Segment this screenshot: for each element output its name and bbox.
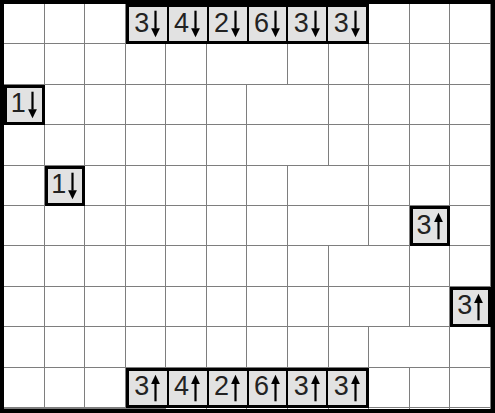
grid-cell[interactable] <box>450 125 491 165</box>
grid-cell[interactable] <box>4 408 45 409</box>
clue-number: 3 <box>334 10 348 37</box>
grid-cell[interactable] <box>288 85 329 125</box>
grid-cell[interactable] <box>369 206 410 246</box>
grid-cell[interactable] <box>329 125 370 165</box>
grid-cell[interactable] <box>126 246 167 286</box>
grid-cell[interactable] <box>247 206 288 246</box>
arrow-down-icon <box>310 10 321 38</box>
clue-number: 6 <box>254 10 268 37</box>
arrow-down-icon <box>67 172 78 200</box>
grid-cell[interactable] <box>85 327 126 367</box>
grid-cell[interactable] <box>288 246 329 286</box>
arrow-up-icon <box>190 374 201 402</box>
grid-cell[interactable] <box>4 44 45 84</box>
grid-cell[interactable] <box>85 44 126 84</box>
grid-cell[interactable] <box>85 85 126 125</box>
grid-cell[interactable] <box>450 206 491 246</box>
clue-cell: 1 <box>48 169 83 203</box>
grid-cell[interactable] <box>126 408 167 409</box>
grid-cell[interactable] <box>247 166 288 206</box>
grid-cell[interactable] <box>207 125 248 165</box>
grid-cell[interactable] <box>45 44 86 84</box>
grid-cell[interactable] <box>85 368 126 408</box>
clue-cell: 2 <box>207 7 247 41</box>
grid-cell[interactable] <box>329 206 370 246</box>
clue-number: 6 <box>254 373 268 400</box>
clue-cell: 3 <box>286 7 326 41</box>
clue-group: 1 <box>4 85 45 125</box>
clue-cell: 6 <box>247 7 287 41</box>
clue-cell: 3 <box>129 7 167 41</box>
grid-cell[interactable] <box>329 408 370 409</box>
grid-cell[interactable] <box>329 166 370 206</box>
grid-cell[interactable] <box>329 246 370 286</box>
grid-cell[interactable] <box>288 287 329 327</box>
grid-cell[interactable] <box>126 125 167 165</box>
clue-group: 1 <box>45 166 86 206</box>
grid-cell[interactable] <box>85 166 126 206</box>
grid-cell[interactable] <box>207 408 248 409</box>
grid-cell[interactable] <box>207 206 248 246</box>
clue-number: 3 <box>294 373 308 400</box>
grid-cell[interactable] <box>410 368 451 408</box>
clue-number: 3 <box>134 10 148 37</box>
grid-cell[interactable] <box>450 44 491 84</box>
grid-cell[interactable] <box>45 287 86 327</box>
clue-cell: 4 <box>167 371 207 405</box>
grid-cell[interactable] <box>450 327 491 367</box>
grid-cell[interactable] <box>369 166 410 206</box>
grid-cell[interactable] <box>126 166 167 206</box>
grid-cell[interactable] <box>369 246 410 286</box>
grid-cell[interactable] <box>85 246 126 286</box>
grid-cell[interactable] <box>166 246 207 286</box>
grid-cell[interactable] <box>4 4 45 44</box>
grid-cell[interactable] <box>207 327 248 367</box>
arrow-down-icon <box>27 91 38 119</box>
grid-cell[interactable] <box>410 287 451 327</box>
grid-cell[interactable] <box>4 166 45 206</box>
grid-cell[interactable] <box>45 4 86 44</box>
grid-cell[interactable] <box>369 368 410 408</box>
grid-cell[interactable] <box>450 85 491 125</box>
grid-cell[interactable] <box>450 4 491 44</box>
arrow-up-icon <box>433 212 444 240</box>
grid-cell[interactable] <box>85 408 126 409</box>
grid-cell[interactable] <box>126 44 167 84</box>
grid-cell[interactable] <box>288 166 329 206</box>
grid-cell[interactable] <box>450 246 491 286</box>
clue-group: 3 <box>410 206 451 246</box>
grid-cell[interactable] <box>288 125 329 165</box>
clue-group: 342633 <box>126 4 370 44</box>
grid-cell[interactable] <box>288 206 329 246</box>
clue-number: 3 <box>334 373 348 400</box>
grid-cell[interactable] <box>450 166 491 206</box>
grid-cell[interactable] <box>247 287 288 327</box>
grid-cell[interactable] <box>450 408 491 409</box>
grid-cell[interactable] <box>329 327 370 367</box>
clue-cell: 3 <box>326 7 366 41</box>
grid-cell[interactable] <box>329 44 370 84</box>
grid-cell[interactable] <box>85 125 126 165</box>
clue-cell: 1 <box>7 88 42 122</box>
clue-number: 3 <box>417 212 431 239</box>
grid-cell[interactable] <box>207 166 248 206</box>
grid-cell[interactable] <box>166 206 207 246</box>
clue-group: 342633 <box>126 368 370 408</box>
grid-cell[interactable] <box>410 4 451 44</box>
grid-cell[interactable] <box>166 327 207 367</box>
arrow-down-icon <box>230 10 241 38</box>
grid-cell[interactable] <box>410 166 451 206</box>
grid-cell[interactable] <box>85 287 126 327</box>
grid-cell[interactable] <box>369 408 410 409</box>
grid-cell[interactable] <box>207 246 248 286</box>
grid-cell[interactable] <box>166 408 207 409</box>
grid-cell[interactable] <box>4 206 45 246</box>
grid-cell[interactable] <box>329 85 370 125</box>
clue-cell: 4 <box>167 7 207 41</box>
grid-cell[interactable] <box>126 287 167 327</box>
grid-cell[interactable] <box>45 125 86 165</box>
grid-cell[interactable] <box>45 206 86 246</box>
clue-number: 4 <box>174 10 188 37</box>
grid-cell[interactable] <box>4 287 45 327</box>
yajilin-puzzle-board: 3426331133342633 <box>0 0 495 413</box>
grid-cell[interactable] <box>288 327 329 367</box>
grid-cell[interactable] <box>329 287 370 327</box>
grid-cell[interactable] <box>166 125 207 165</box>
grid-cell[interactable] <box>85 4 126 44</box>
grid-cell[interactable] <box>45 408 86 409</box>
arrow-up-icon <box>310 374 321 402</box>
grid-cell[interactable] <box>410 408 451 409</box>
grid-cell[interactable] <box>369 44 410 84</box>
arrow-down-icon <box>150 10 161 38</box>
clue-cell: 3 <box>413 209 448 243</box>
arrow-up-icon <box>150 374 161 402</box>
grid-cell[interactable] <box>369 4 410 44</box>
arrow-up-icon <box>230 374 241 402</box>
grid-cell[interactable] <box>247 246 288 286</box>
grid-cell[interactable] <box>247 408 288 409</box>
arrow-down-icon <box>350 10 361 38</box>
grid-cell[interactable] <box>45 327 86 367</box>
grid-cell[interactable] <box>288 408 329 409</box>
grid-cell[interactable] <box>4 246 45 286</box>
clue-cell: 2 <box>207 371 247 405</box>
clue-cell: 3 <box>129 371 167 405</box>
grid-cell[interactable] <box>207 85 248 125</box>
grid-cell[interactable] <box>450 368 491 408</box>
grid-cell[interactable] <box>126 206 167 246</box>
grid-cell[interactable] <box>410 125 451 165</box>
clue-cell: 3 <box>326 371 366 405</box>
grid-cell[interactable] <box>369 125 410 165</box>
grid-cell[interactable] <box>247 125 288 165</box>
arrow-up-icon <box>270 374 281 402</box>
clue-cell: 3 <box>453 290 488 324</box>
grid-cell[interactable] <box>247 44 288 84</box>
grid-cell[interactable] <box>288 44 329 84</box>
grid-cell[interactable] <box>369 287 410 327</box>
clue-number: 1 <box>51 171 65 198</box>
grid-cell[interactable] <box>126 327 167 367</box>
grid-cell[interactable] <box>410 44 451 84</box>
clue-cell: 3 <box>286 371 326 405</box>
arrow-up-icon <box>350 374 361 402</box>
grid-cell[interactable] <box>247 85 288 125</box>
grid-cell[interactable] <box>369 85 410 125</box>
grid-cell[interactable] <box>166 287 207 327</box>
arrow-down-icon <box>270 10 281 38</box>
clue-number: 4 <box>174 373 188 400</box>
grid-cell[interactable] <box>207 44 248 84</box>
grid-cell[interactable] <box>4 125 45 165</box>
arrow-down-icon <box>190 10 201 38</box>
grid-cell[interactable] <box>45 368 86 408</box>
grid-cell[interactable] <box>4 327 45 367</box>
grid-cell[interactable] <box>410 327 451 367</box>
grid-cell[interactable] <box>45 85 86 125</box>
grid-cell[interactable] <box>166 44 207 84</box>
grid-cell[interactable] <box>4 368 45 408</box>
clue-number: 3 <box>457 292 471 319</box>
clue-number: 2 <box>214 10 228 37</box>
grid-cell[interactable] <box>166 85 207 125</box>
grid-cell[interactable] <box>85 206 126 246</box>
grid-cell[interactable] <box>207 287 248 327</box>
grid-cell[interactable] <box>166 166 207 206</box>
clue-number: 3 <box>294 10 308 37</box>
grid-cell[interactable] <box>45 246 86 286</box>
clue-number: 1 <box>11 90 25 117</box>
clue-number: 2 <box>214 373 228 400</box>
grid-cell[interactable] <box>247 327 288 367</box>
clue-group: 3 <box>450 287 491 327</box>
grid-cell[interactable] <box>126 85 167 125</box>
clue-cell: 6 <box>247 371 287 405</box>
clue-number: 3 <box>134 373 148 400</box>
grid-cell[interactable] <box>410 85 451 125</box>
grid-cell[interactable] <box>369 327 410 367</box>
grid-cell[interactable] <box>410 246 451 286</box>
arrow-up-icon <box>473 293 484 321</box>
